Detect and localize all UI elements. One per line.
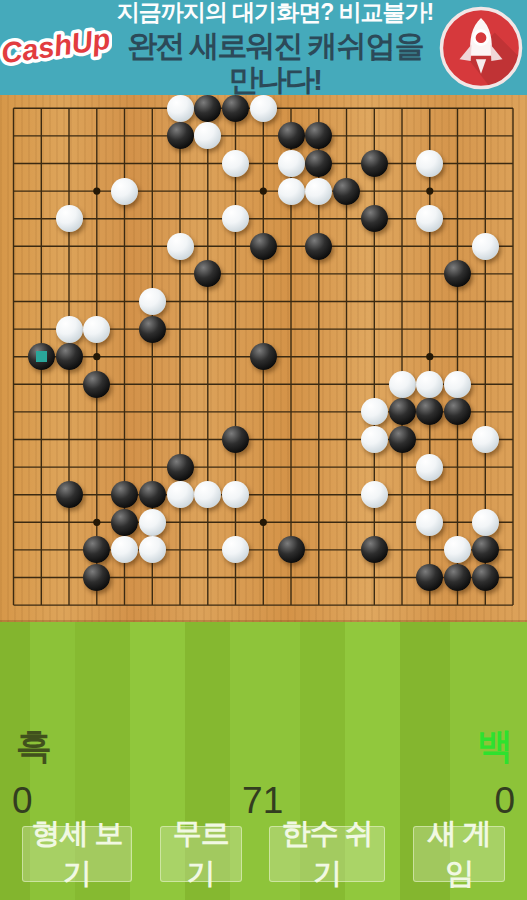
- black-stone: [56, 343, 83, 370]
- black-stone: [333, 178, 360, 205]
- black-stone: [361, 536, 388, 563]
- black-stone: [250, 343, 277, 370]
- app-screen: CashUp 지금까지의 대기화면? 비교불가! 완전 새로워진 캐쉬업을 만나…: [0, 0, 527, 900]
- white-stone: [222, 205, 249, 232]
- black-stone: [111, 509, 138, 536]
- white-stone: [389, 371, 416, 398]
- white-stone: [167, 481, 194, 508]
- cashup-logo: CashUp: [0, 8, 112, 88]
- white-stone: [139, 288, 166, 315]
- black-stone: [139, 481, 166, 508]
- black-stone: [361, 205, 388, 232]
- white-stone: [416, 509, 443, 536]
- territory-view-button[interactable]: 형세 보기: [22, 826, 132, 882]
- white-stone: [56, 316, 83, 343]
- button-row: 형세 보기 무르기 한수 쉬기 새 게임: [22, 826, 505, 882]
- black-player-label: 흑: [16, 722, 52, 771]
- black-stone: [472, 564, 499, 591]
- white-stone: [472, 233, 499, 260]
- white-stone: [416, 454, 443, 481]
- white-stone: [305, 178, 332, 205]
- black-stone: [472, 536, 499, 563]
- black-stone: [111, 481, 138, 508]
- white-stone: [278, 150, 305, 177]
- ad-line2: 완전 새로워진 캐쉬업을 만나다!: [112, 29, 438, 98]
- black-stone: [389, 398, 416, 425]
- black-stone: [28, 343, 55, 370]
- white-stone: [361, 426, 388, 453]
- black-stone: [222, 426, 249, 453]
- go-board[interactable]: [0, 95, 527, 622]
- new-game-button[interactable]: 새 게임: [413, 826, 505, 882]
- pass-button[interactable]: 한수 쉬기: [269, 826, 385, 882]
- white-stone: [361, 398, 388, 425]
- white-stone: [167, 233, 194, 260]
- black-stone: [305, 233, 332, 260]
- white-stone: [56, 205, 83, 232]
- black-stone: [361, 150, 388, 177]
- black-stone: [139, 316, 166, 343]
- white-stone: [222, 481, 249, 508]
- black-stone: [444, 564, 471, 591]
- white-stone: [111, 178, 138, 205]
- undo-button[interactable]: 무르기: [160, 826, 242, 882]
- black-stone: [278, 122, 305, 149]
- white-stone: [416, 371, 443, 398]
- black-stone: [194, 95, 221, 122]
- white-stone: [222, 150, 249, 177]
- ad-text: 지금까지의 대기화면? 비교불가! 완전 새로워진 캐쉬업을 만나다!: [112, 0, 438, 98]
- last-move-marker: [36, 351, 47, 362]
- white-stone: [361, 481, 388, 508]
- black-stone: [167, 122, 194, 149]
- white-stone: [83, 316, 110, 343]
- white-player-label: 백: [477, 722, 513, 771]
- black-stone: [56, 481, 83, 508]
- ad-line1: 지금까지의 대기화면? 비교불가!: [112, 0, 438, 26]
- white-stone: [472, 426, 499, 453]
- rocket-icon: [438, 5, 524, 91]
- white-stone: [250, 95, 277, 122]
- black-stone: [278, 536, 305, 563]
- black-stone: [389, 426, 416, 453]
- white-stone: [472, 509, 499, 536]
- white-stone: [444, 371, 471, 398]
- white-stone: [139, 509, 166, 536]
- white-stone: [278, 178, 305, 205]
- black-stone: [83, 371, 110, 398]
- black-stone: [167, 454, 194, 481]
- black-stone: [222, 95, 249, 122]
- svg-text:CashUp: CashUp: [0, 22, 112, 69]
- white-stone: [139, 536, 166, 563]
- ad-banner[interactable]: CashUp 지금까지의 대기화면? 비교불가! 완전 새로워진 캐쉬업을 만나…: [0, 0, 527, 95]
- white-stone: [167, 95, 194, 122]
- control-panel: 흑 백 0 71 0 형세 보기 무르기 한수 쉬기 새 게임: [0, 622, 527, 900]
- black-stone: [250, 233, 277, 260]
